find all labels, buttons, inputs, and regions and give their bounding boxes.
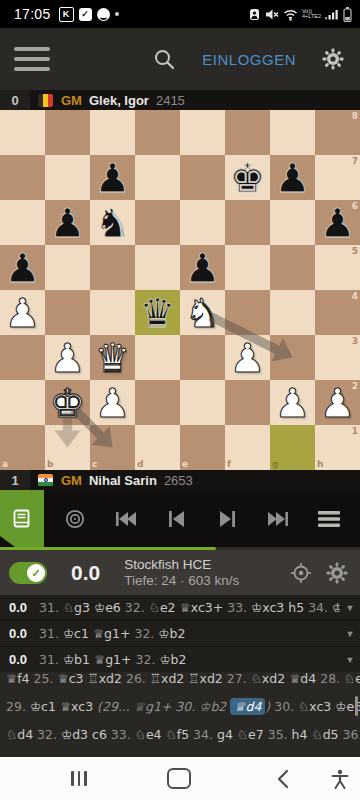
crosshair-icon[interactable]	[290, 562, 312, 584]
engine-line-2[interactable]: 0.0 31. ♔c1 ♕g1+ 32. ♔b2 ▼	[0, 621, 360, 647]
engine-name: Stockfish HCE	[124, 557, 239, 573]
move-list-row[interactable]: ♘f4 37. ♔e3 ♘d5+ 38. ♔d3 ♘f4+ 39. ♔e3 ♘x…	[6, 749, 354, 757]
square-g2[interactable]: ♟	[270, 380, 315, 425]
line-moves: 31. ♘g3 ♔e6 32. ♘e2 ♕xc3+ 33. ♔xc3 h5 34…	[39, 600, 340, 615]
square-d2[interactable]	[135, 380, 180, 425]
square-b4[interactable]	[45, 290, 90, 335]
square-h7[interactable]: 7	[315, 155, 360, 200]
square-e6[interactable]	[180, 200, 225, 245]
square-a4[interactable]: ♟	[0, 290, 45, 335]
rank-label: 7	[352, 156, 358, 166]
rating-black: 2415	[156, 93, 185, 108]
square-b8[interactable]	[45, 110, 90, 155]
square-c8[interactable]	[90, 110, 135, 155]
square-d7[interactable]	[135, 155, 180, 200]
home-icon[interactable]	[167, 768, 191, 789]
recent-apps-icon[interactable]	[71, 771, 87, 786]
status-bar: 17:05 K ✓ Vo	[0, 0, 360, 28]
android-nav-bar	[0, 757, 360, 800]
square-e7[interactable]	[180, 155, 225, 200]
rank-label: 2	[352, 381, 358, 391]
square-h8[interactable]: 8	[315, 110, 360, 155]
step-forward-icon	[219, 510, 236, 528]
file-label: b	[47, 459, 53, 469]
evaluation-score: 0.0	[71, 561, 100, 585]
square-g3[interactable]	[270, 335, 315, 380]
file-label: g	[272, 459, 278, 469]
square-d6[interactable]	[135, 200, 180, 245]
expand-chevron-icon[interactable]: ▼	[340, 603, 360, 613]
belgium-flag-icon	[38, 94, 53, 107]
black-knight-c6: ♞	[90, 200, 135, 245]
recorder-button[interactable]	[58, 499, 92, 539]
square-g8[interactable]	[270, 110, 315, 155]
square-e1[interactable]: e	[180, 425, 225, 470]
engine-line-1[interactable]: 0.0 31. ♘g3 ♔e6 32. ♘e2 ♕xc3+ 33. ♔xc3 h…	[0, 595, 360, 621]
menu-button[interactable]	[14, 47, 50, 71]
white-queen-c3: ♛	[90, 335, 135, 380]
square-e2[interactable]	[180, 380, 225, 425]
result-white: 1	[0, 470, 30, 490]
square-c7[interactable]: ♟	[90, 155, 135, 200]
login-link[interactable]: EINLOGGEN	[202, 51, 296, 68]
square-c6[interactable]: ♞	[90, 200, 135, 245]
square-f4[interactable]	[225, 290, 270, 335]
square-g4[interactable]	[270, 290, 315, 335]
black-king-f7: ♚	[225, 155, 270, 200]
black-pawn-b6: ♟	[45, 200, 90, 245]
black-pawn-g7: ♟	[270, 155, 315, 200]
square-b3[interactable]: ♟	[45, 335, 90, 380]
last-move-button[interactable]	[261, 499, 295, 539]
rank-label: 5	[352, 246, 358, 256]
square-d8[interactable]	[135, 110, 180, 155]
back-icon[interactable]	[277, 769, 289, 789]
square-d4[interactable]: ♛	[135, 290, 180, 335]
board-menu-button[interactable]	[312, 499, 346, 539]
square-g1[interactable]: g	[270, 425, 315, 470]
engine-toggle[interactable]: ✓	[9, 562, 47, 584]
black-pawn-a5: ♟	[0, 245, 45, 290]
square-h3[interactable]: 3	[315, 335, 360, 380]
mute-icon	[265, 8, 279, 21]
square-d1[interactable]: d	[135, 425, 180, 470]
file-label: c	[92, 459, 97, 469]
skip-to-end-icon	[267, 511, 289, 527]
volte-indicator: Vo)) 4+LTE2	[302, 9, 321, 19]
black-pawn-e5: ♟	[180, 245, 225, 290]
white-pawn-b3: ♟	[45, 335, 90, 380]
square-h5[interactable]: 5	[315, 245, 360, 290]
white-knight-e4: ♞	[180, 290, 225, 335]
book-icon	[11, 508, 33, 530]
rank-label: 6	[352, 201, 358, 211]
signal-strength-icon	[325, 8, 339, 21]
next-move-button[interactable]	[210, 499, 244, 539]
square-a6[interactable]	[0, 200, 45, 245]
move-list-row[interactable]: ♘d4 32. ♔d3 c6 33. ♘e4 ♘f5 34. g4 ♘e7 35…	[6, 721, 354, 749]
data-saver-icon	[248, 8, 261, 21]
result-black: 0	[0, 90, 30, 110]
settings-gear-icon[interactable]	[322, 48, 344, 70]
line-eval: 0.0	[9, 600, 35, 615]
rank-label: 4	[352, 291, 358, 301]
square-c5[interactable]	[90, 245, 135, 290]
square-a8[interactable]	[0, 110, 45, 155]
player-bar-white: 1 GM Nihal Sarin 2653	[0, 470, 360, 490]
title-white: GM	[61, 473, 82, 488]
line-eval: 0.0	[9, 652, 35, 667]
square-e4[interactable]: ♞	[180, 290, 225, 335]
previous-move-button[interactable]	[160, 499, 194, 539]
engine-settings-gear-icon[interactable]	[326, 562, 348, 584]
square-c1[interactable]: c	[90, 425, 135, 470]
white-pawn-a4: ♟	[0, 290, 45, 335]
circle-notification-icon	[97, 8, 110, 21]
square-b2[interactable]: ♚	[45, 380, 90, 425]
square-a3[interactable]	[0, 335, 45, 380]
target-circles-icon	[64, 508, 86, 530]
square-a5[interactable]: ♟	[0, 245, 45, 290]
square-b5[interactable]	[45, 245, 90, 290]
expand-chevron-icon[interactable]: ▼	[340, 655, 360, 665]
square-a2[interactable]	[0, 380, 45, 425]
move-list[interactable]: ♕f4 25. ♕c3 ♖xd2 26. ♖xd2 ♖xd2 27. ♘xd2 …	[0, 672, 360, 757]
square-g7[interactable]: ♟	[270, 155, 315, 200]
square-f7[interactable]: ♚	[225, 155, 270, 200]
square-h6[interactable]: 6♟	[315, 200, 360, 245]
square-g6[interactable]	[270, 200, 315, 245]
square-f8[interactable]	[225, 110, 270, 155]
move-list-row[interactable]: ♕f4 25. ♕c3 ♖xd2 26. ♖xd2 ♖xd2 27. ♘xd2 …	[6, 672, 354, 693]
rank-label: 3	[352, 336, 358, 346]
file-label: a	[2, 459, 8, 469]
square-f2[interactable]	[225, 380, 270, 425]
india-flag-icon	[38, 474, 53, 487]
accessibility-icon[interactable]	[331, 769, 349, 789]
game-toolbar	[0, 490, 360, 547]
square-f1[interactable]: f	[225, 425, 270, 470]
square-h4[interactable]: 4	[315, 290, 360, 335]
line-moves: 31. ♔c1 ♕g1+ 32. ♔b2	[39, 626, 340, 641]
square-f5[interactable]	[225, 245, 270, 290]
square-e5[interactable]: ♟	[180, 245, 225, 290]
wifi-icon	[283, 8, 298, 21]
square-f6[interactable]	[225, 200, 270, 245]
white-pawn-g2: ♟	[270, 380, 315, 425]
more-notifications-dot	[115, 12, 119, 16]
square-e8[interactable]	[180, 110, 225, 155]
black-pawn-c7: ♟	[90, 155, 135, 200]
square-c3[interactable]: ♛	[90, 335, 135, 380]
square-h2[interactable]: 2♟	[315, 380, 360, 425]
app-screen: 17:05 K ✓ Vo	[0, 0, 360, 800]
engine-line-3[interactable]: 0.0 31. ♔b1 ♕g1+ 32. ♔b2 ▼	[0, 647, 360, 672]
current-move[interactable]: ♕d4	[230, 698, 265, 715]
engine-lines: 0.0 31. ♘g3 ♔e6 32. ♘e2 ♕xc3+ 33. ♔xc3 h…	[0, 595, 360, 672]
line-moves: 31. ♔b1 ♕g1+ 32. ♔b2	[39, 652, 340, 667]
engine-panel: ✓ 0.0 Stockfish HCE Tiefe: 24 · 603 kn/s	[0, 550, 360, 595]
first-move-button[interactable]	[109, 499, 143, 539]
clock: 17:05	[14, 6, 51, 22]
app-header: EINLOGGEN	[0, 28, 360, 90]
square-a1[interactable]: a	[0, 425, 45, 470]
app-notification-icon: K	[59, 7, 74, 22]
move-list-row[interactable]: 29. ♔c1 ♕xc3 (29... ♕g1+ 30. ♔b2 ♕d4) 30…	[6, 693, 354, 721]
check-notification-icon: ✓	[79, 8, 92, 21]
analysis-book-tab[interactable]	[0, 490, 44, 547]
player-bar-black: 0 GM Glek, Igor 2415	[0, 90, 360, 110]
file-label: e	[182, 459, 188, 469]
skip-to-start-icon	[115, 511, 137, 527]
engine-depth: Tiefe: 24 · 603 kn/s	[124, 573, 239, 589]
square-e3[interactable]	[180, 335, 225, 380]
file-label: d	[137, 459, 143, 469]
expand-chevron-icon[interactable]: ▼	[340, 629, 360, 639]
square-c4[interactable]	[90, 290, 135, 335]
square-a7[interactable]	[0, 155, 45, 200]
square-h1[interactable]: 1h	[315, 425, 360, 470]
black-queen-d4: ♛	[135, 290, 180, 335]
move-list-scrollbar[interactable]	[355, 696, 358, 716]
rank-label: 1	[352, 426, 358, 436]
step-back-icon	[168, 510, 185, 528]
battery-icon	[343, 7, 352, 22]
white-king-b2: ♚	[45, 380, 90, 425]
square-b6[interactable]: ♟	[45, 200, 90, 245]
white-pawn-c2: ♟	[90, 380, 135, 425]
notification-icons: K ✓	[59, 7, 119, 22]
line-eval: 0.0	[9, 626, 35, 641]
rank-label: 8	[352, 111, 358, 121]
menu-lines-icon	[318, 511, 340, 527]
square-b7[interactable]	[45, 155, 90, 200]
chess-board[interactable]: 8♟♚♟7♟♞6♟♟♟5♟♛♞4♟♛♟3♚♟♟2♟abcdefg1h	[0, 110, 360, 470]
active-tab-notch	[0, 536, 15, 547]
player-name-black[interactable]: Glek, Igor	[89, 93, 149, 108]
square-d3[interactable]	[135, 335, 180, 380]
white-pawn-f3: ♟	[225, 335, 270, 380]
square-b1[interactable]: b	[45, 425, 90, 470]
title-black: GM	[61, 93, 82, 108]
square-c2[interactable]: ♟	[90, 380, 135, 425]
search-icon[interactable]	[152, 47, 176, 71]
square-d5[interactable]	[135, 245, 180, 290]
square-g5[interactable]	[270, 245, 315, 290]
file-label: f	[227, 459, 231, 469]
file-label: h	[317, 459, 323, 469]
square-f3[interactable]: ♟	[225, 335, 270, 380]
player-name-white[interactable]: Nihal Sarin	[89, 473, 157, 488]
system-status-icons: Vo)) 4+LTE2	[248, 7, 352, 22]
rating-white: 2653	[164, 473, 193, 488]
